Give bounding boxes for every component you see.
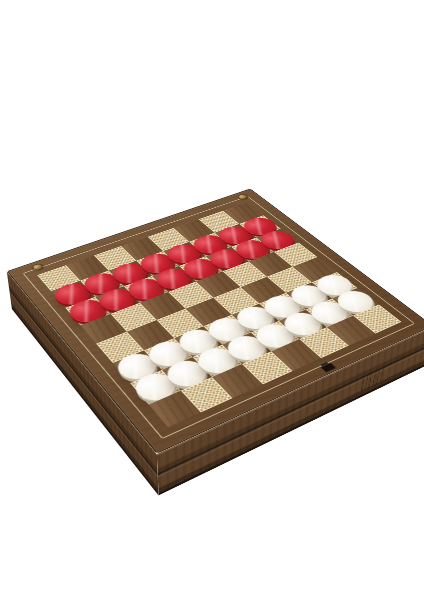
engraving-marks <box>357 367 387 393</box>
clasp-latch-icon[interactable] <box>320 362 335 371</box>
board-lid <box>7 189 424 454</box>
wooden-case <box>12 224 424 496</box>
hinge-pin-icon <box>238 194 249 200</box>
hinge-pin-icon <box>32 264 44 271</box>
product-photo-scene <box>0 0 424 600</box>
